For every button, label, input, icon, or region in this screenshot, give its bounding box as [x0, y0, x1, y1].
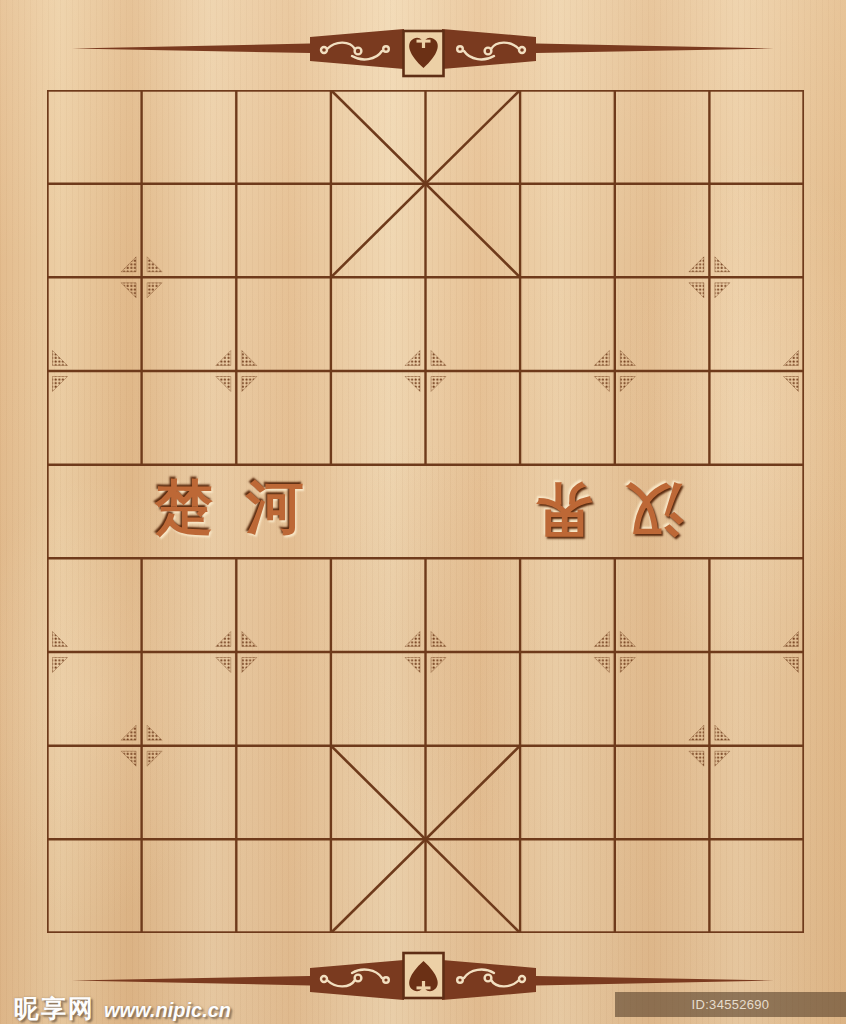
star-point-mark [715, 257, 730, 272]
star-point-mark [715, 725, 730, 740]
star-point-mark [242, 377, 257, 392]
star-point-mark [594, 377, 609, 392]
star-point-mark [121, 283, 136, 298]
star-point-mark [216, 351, 231, 366]
star-point-mark [242, 351, 257, 366]
star-point-mark [147, 257, 162, 272]
star-point-mark [784, 658, 799, 673]
watermark-site-name: 昵享网 [14, 992, 95, 1024]
star-point-mark [53, 351, 68, 366]
star-point-mark [405, 351, 420, 366]
star-point-mark [594, 632, 609, 647]
star-point-mark [431, 351, 446, 366]
star-point-mark [53, 377, 68, 392]
star-point-mark [620, 377, 635, 392]
xiangqi-board-image: 楚河 汉界 [0, 0, 846, 1024]
star-point-mark [121, 257, 136, 272]
image-id-badge: ID:34552690 NO:20230412220247257109 [615, 992, 846, 1017]
star-point-mark [620, 351, 635, 366]
star-point-mark [405, 658, 420, 673]
river-label-han-jie: 汉界 [502, 473, 717, 547]
top-ornament [0, 4, 846, 84]
star-point-mark [594, 658, 609, 673]
star-point-mark [715, 751, 730, 766]
star-point-mark [216, 377, 231, 392]
star-point-mark [784, 351, 799, 366]
star-point-mark [53, 632, 68, 647]
star-point-mark [689, 283, 704, 298]
star-point-mark [689, 751, 704, 766]
nipic-watermark: 昵享网 www.nipic.cn [14, 992, 231, 1024]
star-point-mark [784, 377, 799, 392]
star-point-mark [216, 658, 231, 673]
star-point-mark [242, 632, 257, 647]
star-point-mark [147, 725, 162, 740]
star-point-mark [431, 377, 446, 392]
xiangqi-board[interactable]: 楚河 汉界 [47, 90, 804, 933]
star-point-mark [405, 377, 420, 392]
star-point-mark [147, 751, 162, 766]
star-point-mark [715, 283, 730, 298]
star-point-mark [689, 725, 704, 740]
star-point-mark [431, 632, 446, 647]
star-point-mark [405, 632, 420, 647]
star-point-mark [121, 751, 136, 766]
star-point-mark [784, 632, 799, 647]
star-point-mark [594, 351, 609, 366]
star-point-mark [620, 632, 635, 647]
ornament-center-medallion [404, 31, 444, 76]
star-point-mark [53, 658, 68, 673]
watermark-site-url: www.nipic.cn [104, 999, 231, 1022]
star-point-mark [242, 658, 257, 673]
star-point-mark [431, 658, 446, 673]
star-point-mark [620, 658, 635, 673]
star-point-mark [216, 632, 231, 647]
river-label-chu-he: 楚河 [155, 470, 337, 544]
ornament-center-medallion [404, 953, 444, 998]
star-point-mark [121, 725, 136, 740]
star-point-mark [147, 283, 162, 298]
star-point-mark [689, 257, 704, 272]
